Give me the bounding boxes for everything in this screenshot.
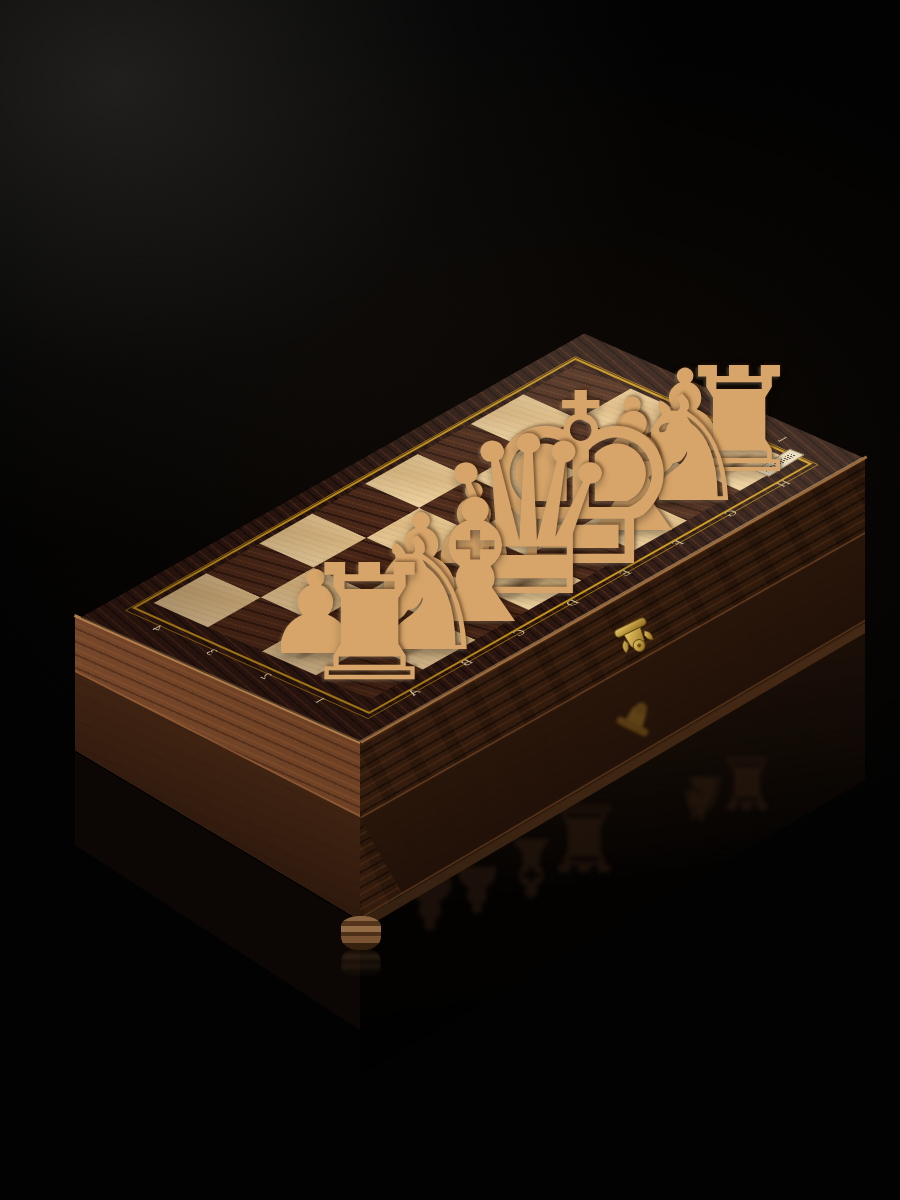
- product-photo-scene: ♟♟♝♜♞♜ ABCDEFGH12341: [0, 0, 900, 1200]
- pieces-layer: ♜♞♝♛♚♝♞♜♟♟♟♟♟: [0, 0, 900, 1200]
- white-rook-a1: ♜: [298, 544, 441, 704]
